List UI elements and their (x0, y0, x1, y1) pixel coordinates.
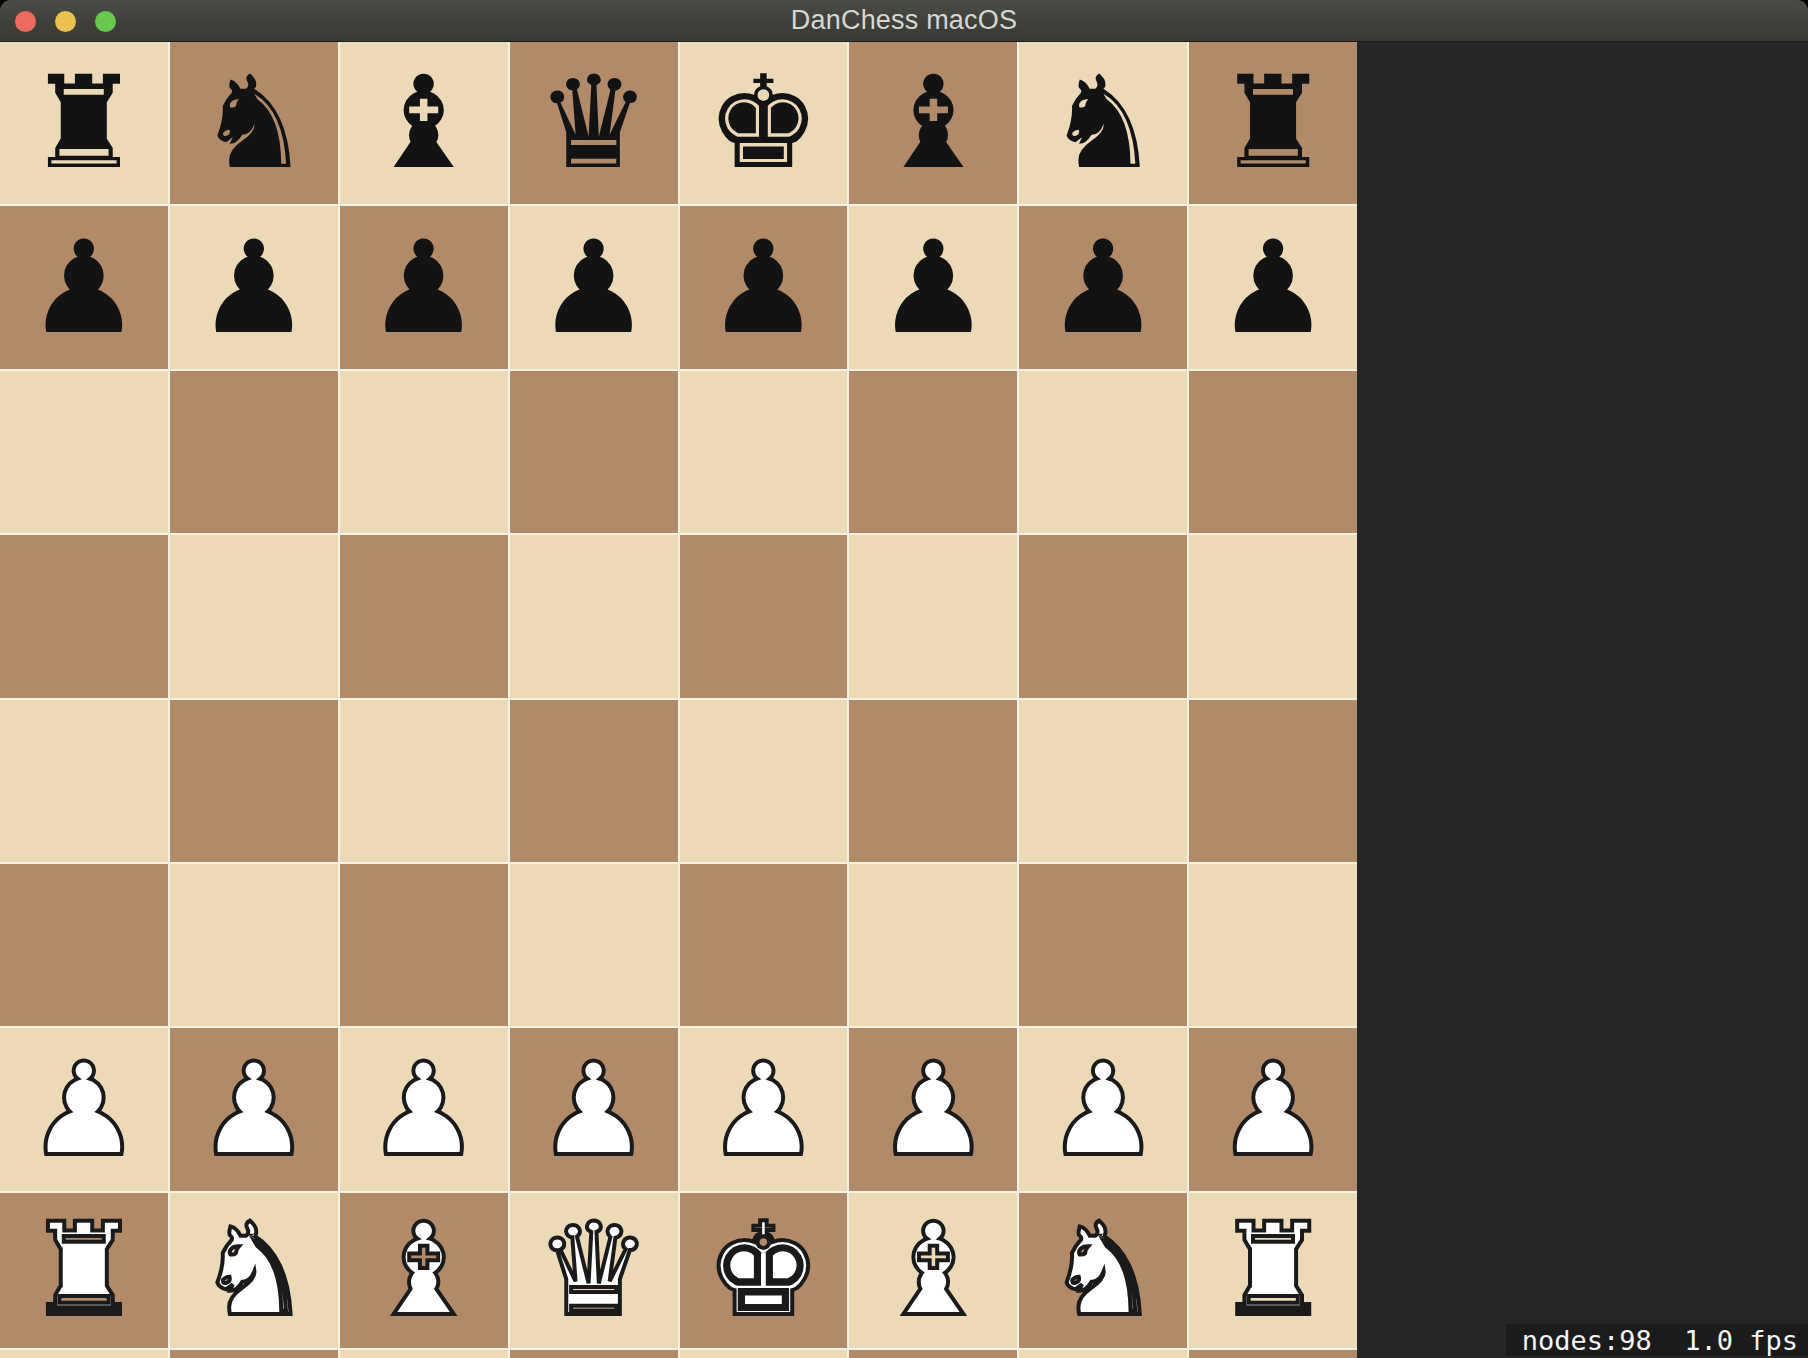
black-pawn-piece[interactable]: ♟ (366, 224, 481, 352)
square-e8[interactable]: ♚ (680, 42, 848, 204)
white-bishop-piece[interactable]: ♝ (366, 1206, 481, 1334)
square-c8[interactable]: ♝ (340, 42, 508, 204)
black-pawn-piece[interactable]: ♟ (1046, 224, 1161, 352)
board-edge-clipped-square (1019, 1350, 1187, 1358)
square-c4[interactable] (340, 700, 508, 862)
app-window: DanChess macOS ♜♞♝♛♚♝♞♜♟♟♟♟♟♟♟♟♟♟♟♟♟♟♟♟♜… (0, 0, 1808, 1358)
side-panel: nodes:98 1.0 fps (1357, 42, 1808, 1358)
square-e6[interactable] (680, 371, 848, 533)
board-edge-clipped-square (340, 1350, 508, 1358)
square-c7[interactable]: ♟ (340, 206, 508, 368)
black-pawn-piece[interactable]: ♟ (706, 224, 821, 352)
square-f7[interactable]: ♟ (849, 206, 1017, 368)
chess-board[interactable]: ♜♞♝♛♚♝♞♜♟♟♟♟♟♟♟♟♟♟♟♟♟♟♟♟♜♞♝♛♚♝♞♜ (0, 42, 1357, 1358)
square-e2[interactable]: ♟ (680, 1028, 848, 1190)
square-c3[interactable] (340, 864, 508, 1026)
square-b8[interactable]: ♞ (170, 42, 338, 204)
square-d4[interactable] (510, 700, 678, 862)
square-g4[interactable] (1019, 700, 1187, 862)
black-king-piece[interactable]: ♚ (706, 59, 821, 187)
white-pawn-piece[interactable]: ♟ (27, 1046, 142, 1174)
square-e5[interactable] (680, 535, 848, 697)
board-edge-clipped-square (680, 1350, 848, 1358)
square-h4[interactable] (1189, 700, 1357, 862)
square-h7[interactable]: ♟ (1189, 206, 1357, 368)
square-f2[interactable]: ♟ (849, 1028, 1017, 1190)
square-f8[interactable]: ♝ (849, 42, 1017, 204)
square-g1[interactable]: ♞ (1019, 1193, 1187, 1348)
square-e3[interactable] (680, 864, 848, 1026)
square-f6[interactable] (849, 371, 1017, 533)
main-content: ♜♞♝♛♚♝♞♜♟♟♟♟♟♟♟♟♟♟♟♟♟♟♟♟♜♞♝♛♚♝♞♜ nodes:9… (0, 42, 1808, 1358)
square-h5[interactable] (1189, 535, 1357, 697)
white-queen-piece[interactable]: ♛ (536, 1206, 651, 1334)
white-pawn-piece[interactable]: ♟ (1046, 1046, 1161, 1174)
white-knight-piece[interactable]: ♞ (196, 1206, 311, 1334)
square-e7[interactable]: ♟ (680, 206, 848, 368)
close-button[interactable] (15, 11, 36, 32)
black-pawn-piece[interactable]: ♟ (1216, 224, 1331, 352)
board-edge-clipped-square (510, 1350, 678, 1358)
white-rook-piece[interactable]: ♜ (27, 1206, 142, 1334)
square-d1[interactable]: ♛ (510, 1193, 678, 1348)
square-e1[interactable]: ♚ (680, 1193, 848, 1348)
minimize-button[interactable] (55, 11, 76, 32)
board-edge-clipped-square (1189, 1350, 1357, 1358)
square-b4[interactable] (170, 700, 338, 862)
square-d6[interactable] (510, 371, 678, 533)
black-bishop-piece[interactable]: ♝ (876, 59, 991, 187)
square-a2[interactable]: ♟ (0, 1028, 168, 1190)
white-pawn-piece[interactable]: ♟ (196, 1046, 311, 1174)
square-g6[interactable] (1019, 371, 1187, 533)
black-rook-piece[interactable]: ♜ (1216, 59, 1331, 187)
square-g5[interactable] (1019, 535, 1187, 697)
white-bishop-piece[interactable]: ♝ (876, 1206, 991, 1334)
square-b7[interactable]: ♟ (170, 206, 338, 368)
square-c2[interactable]: ♟ (340, 1028, 508, 1190)
square-f3[interactable] (849, 864, 1017, 1026)
traffic-lights (15, 0, 116, 42)
square-a4[interactable] (0, 700, 168, 862)
square-d7[interactable]: ♟ (510, 206, 678, 368)
square-a6[interactable] (0, 371, 168, 533)
square-g8[interactable]: ♞ (1019, 42, 1187, 204)
square-f1[interactable]: ♝ (849, 1193, 1017, 1348)
white-pawn-piece[interactable]: ♟ (1216, 1046, 1331, 1174)
zoom-button[interactable] (95, 11, 116, 32)
square-e4[interactable] (680, 700, 848, 862)
white-king-piece[interactable]: ♚ (706, 1206, 821, 1334)
black-knight-piece[interactable]: ♞ (196, 59, 311, 187)
square-a7[interactable]: ♟ (0, 206, 168, 368)
square-d3[interactable] (510, 864, 678, 1026)
board-edge-clipped-square (849, 1350, 1017, 1358)
engine-status-bar: nodes:98 1.0 fps (1506, 1324, 1808, 1356)
square-d8[interactable]: ♛ (510, 42, 678, 204)
black-pawn-piece[interactable]: ♟ (876, 224, 991, 352)
black-pawn-piece[interactable]: ♟ (27, 224, 142, 352)
chess-board-container: ♜♞♝♛♚♝♞♜♟♟♟♟♟♟♟♟♟♟♟♟♟♟♟♟♜♞♝♛♚♝♞♜ (0, 42, 1357, 1358)
white-rook-piece[interactable]: ♜ (1216, 1206, 1331, 1334)
square-g2[interactable]: ♟ (1019, 1028, 1187, 1190)
square-b3[interactable] (170, 864, 338, 1026)
square-h6[interactable] (1189, 371, 1357, 533)
square-b2[interactable]: ♟ (170, 1028, 338, 1190)
square-g7[interactable]: ♟ (1019, 206, 1187, 368)
board-edge-clipped-square (0, 1350, 168, 1358)
square-c1[interactable]: ♝ (340, 1193, 508, 1348)
white-pawn-piece[interactable]: ♟ (366, 1046, 481, 1174)
square-b6[interactable] (170, 371, 338, 533)
title-bar[interactable]: DanChess macOS (0, 0, 1808, 42)
square-f4[interactable] (849, 700, 1017, 862)
square-a8[interactable]: ♜ (0, 42, 168, 204)
white-pawn-piece[interactable]: ♟ (536, 1046, 651, 1174)
black-knight-piece[interactable]: ♞ (1046, 59, 1161, 187)
black-bishop-piece[interactable]: ♝ (366, 59, 481, 187)
square-a3[interactable] (0, 864, 168, 1026)
window-title: DanChess macOS (0, 5, 1808, 36)
square-c6[interactable] (340, 371, 508, 533)
square-h3[interactable] (1189, 864, 1357, 1026)
black-pawn-piece[interactable]: ♟ (196, 224, 311, 352)
square-d5[interactable] (510, 535, 678, 697)
black-queen-piece[interactable]: ♛ (536, 59, 651, 187)
black-rook-piece[interactable]: ♜ (27, 59, 142, 187)
engine-status-text: nodes:98 1.0 fps (1522, 1325, 1798, 1356)
square-b1[interactable]: ♞ (170, 1193, 338, 1348)
square-h1[interactable]: ♜ (1189, 1193, 1357, 1348)
square-a5[interactable] (0, 535, 168, 697)
square-a1[interactable]: ♜ (0, 1193, 168, 1348)
square-b5[interactable] (170, 535, 338, 697)
board-edge-clipped-square (170, 1350, 338, 1358)
square-f5[interactable] (849, 535, 1017, 697)
white-pawn-piece[interactable]: ♟ (706, 1046, 821, 1174)
square-c5[interactable] (340, 535, 508, 697)
white-pawn-piece[interactable]: ♟ (876, 1046, 991, 1174)
square-d2[interactable]: ♟ (510, 1028, 678, 1190)
black-pawn-piece[interactable]: ♟ (536, 224, 651, 352)
square-h8[interactable]: ♜ (1189, 42, 1357, 204)
square-g3[interactable] (1019, 864, 1187, 1026)
square-h2[interactable]: ♟ (1189, 1028, 1357, 1190)
white-knight-piece[interactable]: ♞ (1046, 1206, 1161, 1334)
